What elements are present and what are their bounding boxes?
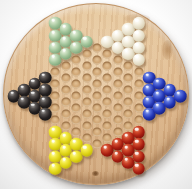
marble-red[interactable] bbox=[132, 126, 145, 139]
board-hole[interactable] bbox=[124, 85, 133, 94]
board-hole[interactable] bbox=[93, 128, 102, 137]
board-hole[interactable] bbox=[72, 128, 81, 137]
board-hole[interactable] bbox=[82, 49, 91, 58]
board-hole[interactable] bbox=[93, 43, 102, 52]
marble-white[interactable] bbox=[132, 17, 145, 30]
board-hole[interactable] bbox=[61, 61, 70, 70]
board-hole[interactable] bbox=[82, 134, 91, 143]
board-hole[interactable] bbox=[113, 92, 122, 101]
marble-black[interactable] bbox=[39, 72, 52, 85]
marble-red[interactable] bbox=[132, 150, 145, 163]
board-hole[interactable] bbox=[93, 116, 102, 125]
board-hole[interactable] bbox=[103, 122, 112, 131]
board-hole[interactable] bbox=[51, 104, 60, 113]
board-hole[interactable] bbox=[82, 85, 91, 94]
board-hole[interactable] bbox=[51, 116, 60, 125]
marble-blue[interactable] bbox=[174, 90, 187, 103]
marble-white[interactable] bbox=[132, 29, 145, 42]
board-hole[interactable] bbox=[72, 67, 81, 76]
board-hole[interactable] bbox=[103, 134, 112, 143]
board-hole[interactable] bbox=[124, 110, 133, 119]
board-hole[interactable] bbox=[103, 110, 112, 119]
board-hole[interactable] bbox=[72, 116, 81, 125]
board-hole[interactable] bbox=[124, 98, 133, 107]
board-hole[interactable] bbox=[113, 116, 122, 125]
board-hole[interactable] bbox=[82, 98, 91, 107]
board-hole[interactable] bbox=[51, 92, 60, 101]
board-hole[interactable] bbox=[72, 55, 81, 64]
marble-black[interactable] bbox=[39, 96, 52, 109]
board-hole[interactable] bbox=[93, 67, 102, 76]
board-hole[interactable] bbox=[134, 116, 143, 125]
board-hole[interactable] bbox=[113, 67, 122, 76]
board-hole[interactable] bbox=[82, 110, 91, 119]
board-hole[interactable] bbox=[93, 79, 102, 88]
marble-white[interactable] bbox=[132, 41, 145, 54]
board-hole[interactable] bbox=[113, 104, 122, 113]
board-hole[interactable] bbox=[103, 73, 112, 82]
board-hole[interactable] bbox=[124, 122, 133, 131]
board-hole[interactable] bbox=[72, 104, 81, 113]
board-hole[interactable] bbox=[82, 61, 91, 70]
board-hole[interactable] bbox=[93, 104, 102, 113]
board-hole[interactable] bbox=[61, 73, 70, 82]
board-hole[interactable] bbox=[103, 85, 112, 94]
marble-black[interactable] bbox=[39, 84, 52, 97]
board-hole[interactable] bbox=[134, 92, 143, 101]
board-hole[interactable] bbox=[113, 79, 122, 88]
board-hole[interactable] bbox=[113, 55, 122, 64]
board-hole[interactable] bbox=[82, 122, 91, 131]
board-cells bbox=[4, 4, 188, 184]
marble-black[interactable] bbox=[39, 108, 52, 121]
board-hole[interactable] bbox=[61, 110, 70, 119]
board-hole[interactable] bbox=[124, 61, 133, 70]
board-hole[interactable] bbox=[82, 73, 91, 82]
photo-background bbox=[0, 0, 192, 189]
board-hole[interactable] bbox=[113, 128, 122, 137]
board-hole[interactable] bbox=[103, 98, 112, 107]
board-hole[interactable] bbox=[72, 92, 81, 101]
marble-green[interactable] bbox=[80, 35, 93, 48]
board-hole[interactable] bbox=[61, 122, 70, 131]
board-hole[interactable] bbox=[93, 92, 102, 101]
marble-red[interactable] bbox=[132, 138, 145, 151]
board-hole[interactable] bbox=[134, 67, 143, 76]
board-hole[interactable] bbox=[72, 79, 81, 88]
board-hole[interactable] bbox=[103, 49, 112, 58]
board-hole[interactable] bbox=[124, 73, 133, 82]
board-hole[interactable] bbox=[51, 67, 60, 76]
board-hole[interactable] bbox=[93, 140, 102, 149]
marble-yellow[interactable] bbox=[80, 144, 93, 157]
board-hole[interactable] bbox=[134, 104, 143, 113]
board-hole[interactable] bbox=[134, 79, 143, 88]
board-hole[interactable] bbox=[103, 61, 112, 70]
marble-white[interactable] bbox=[132, 53, 145, 66]
board-hole[interactable] bbox=[51, 79, 60, 88]
board-hole[interactable] bbox=[61, 98, 70, 107]
board-hole[interactable] bbox=[93, 55, 102, 64]
chinese-checkers-board bbox=[3, 3, 189, 185]
board-hole[interactable] bbox=[61, 85, 70, 94]
marble-red[interactable] bbox=[132, 162, 145, 175]
